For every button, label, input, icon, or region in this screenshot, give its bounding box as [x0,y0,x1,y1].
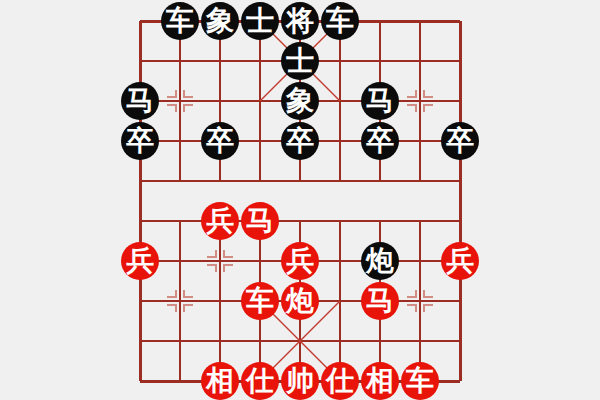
piece-black-pawn[interactable]: 卒 [441,122,479,160]
piece-black-general[interactable]: 将 [281,2,319,40]
piece-black-advisor[interactable]: 士 [281,42,319,80]
piece-black-cannon[interactable]: 炮 [361,242,399,280]
piece-red-advisor[interactable]: 仕 [321,362,359,400]
piece-red-horse[interactable]: 马 [361,282,399,320]
piece-black-pawn[interactable]: 卒 [121,122,159,160]
piece-red-elephant[interactable]: 相 [201,362,239,400]
piece-black-pawn[interactable]: 卒 [201,122,239,160]
piece-black-elephant[interactable]: 象 [201,2,239,40]
piece-red-advisor[interactable]: 仕 [241,362,279,400]
piece-red-general[interactable]: 帅 [281,362,319,400]
piece-red-pawn[interactable]: 兵 [201,202,239,240]
piece-red-rook[interactable]: 车 [241,282,279,320]
piece-black-pawn[interactable]: 卒 [361,122,399,160]
piece-red-pawn[interactable]: 兵 [281,242,319,280]
piece-red-elephant[interactable]: 相 [361,362,399,400]
piece-black-elephant[interactable]: 象 [281,82,319,120]
piece-black-horse[interactable]: 马 [121,82,159,120]
piece-black-pawn[interactable]: 卒 [281,122,319,160]
piece-black-rook[interactable]: 车 [161,2,199,40]
xiangqi-board-screen: 车象士将车士马象马卒卒卒卒卒兵马兵兵炮兵车炮马相仕帅仕相车 [0,0,600,400]
piece-red-pawn[interactable]: 兵 [121,242,159,280]
piece-black-advisor[interactable]: 士 [241,2,279,40]
pieces-layer: 车象士将车士马象马卒卒卒卒卒兵马兵兵炮兵车炮马相仕帅仕相车 [120,1,480,400]
piece-red-horse[interactable]: 马 [241,202,279,240]
piece-black-horse[interactable]: 马 [361,82,399,120]
piece-red-pawn[interactable]: 兵 [441,242,479,280]
piece-black-rook[interactable]: 车 [321,2,359,40]
piece-red-rook[interactable]: 车 [401,362,439,400]
piece-red-cannon[interactable]: 炮 [281,282,319,320]
